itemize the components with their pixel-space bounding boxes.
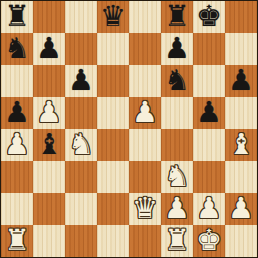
piece-white-rook[interactable]: ♜ bbox=[4, 226, 30, 255]
piece-white-pawn[interactable]: ♟ bbox=[164, 194, 190, 223]
piece-black-king[interactable]: ♚ bbox=[196, 2, 222, 31]
square-b1[interactable] bbox=[33, 225, 65, 257]
piece-white-bishop[interactable]: ♝ bbox=[228, 130, 254, 159]
square-h2[interactable]: ♟ bbox=[225, 193, 257, 225]
piece-black-pawn[interactable]: ♟ bbox=[36, 34, 62, 63]
square-d5[interactable] bbox=[97, 97, 129, 129]
square-f5[interactable] bbox=[161, 97, 193, 129]
piece-black-pawn[interactable]: ♟ bbox=[4, 98, 30, 127]
piece-black-pawn[interactable]: ♟ bbox=[228, 66, 254, 95]
square-a8[interactable]: ♜ bbox=[1, 1, 33, 33]
square-f7[interactable]: ♟ bbox=[161, 33, 193, 65]
piece-black-knight[interactable]: ♞ bbox=[4, 34, 30, 63]
square-h3[interactable] bbox=[225, 161, 257, 193]
square-c7[interactable] bbox=[65, 33, 97, 65]
square-g7[interactable] bbox=[193, 33, 225, 65]
square-h5[interactable] bbox=[225, 97, 257, 129]
square-h7[interactable] bbox=[225, 33, 257, 65]
square-h1[interactable] bbox=[225, 225, 257, 257]
square-d6[interactable] bbox=[97, 65, 129, 97]
piece-black-bishop[interactable]: ♝ bbox=[36, 130, 62, 159]
square-a7[interactable]: ♞ bbox=[1, 33, 33, 65]
square-e8[interactable] bbox=[129, 1, 161, 33]
square-d7[interactable] bbox=[97, 33, 129, 65]
piece-white-rook[interactable]: ♜ bbox=[164, 226, 190, 255]
square-e6[interactable] bbox=[129, 65, 161, 97]
square-a2[interactable] bbox=[1, 193, 33, 225]
piece-white-queen[interactable]: ♛ bbox=[132, 194, 158, 223]
square-f8[interactable]: ♜ bbox=[161, 1, 193, 33]
square-c1[interactable] bbox=[65, 225, 97, 257]
square-d3[interactable] bbox=[97, 161, 129, 193]
piece-black-pawn[interactable]: ♟ bbox=[68, 66, 94, 95]
square-g2[interactable]: ♟ bbox=[193, 193, 225, 225]
square-b5[interactable]: ♟ bbox=[33, 97, 65, 129]
square-d8[interactable]: ♛ bbox=[97, 1, 129, 33]
piece-black-queen[interactable]: ♛ bbox=[100, 2, 126, 31]
piece-black-knight[interactable]: ♞ bbox=[164, 66, 190, 95]
square-g3[interactable] bbox=[193, 161, 225, 193]
square-g5[interactable]: ♟ bbox=[193, 97, 225, 129]
square-g8[interactable]: ♚ bbox=[193, 1, 225, 33]
square-b6[interactable] bbox=[33, 65, 65, 97]
square-a6[interactable] bbox=[1, 65, 33, 97]
square-b3[interactable] bbox=[33, 161, 65, 193]
square-b2[interactable] bbox=[33, 193, 65, 225]
square-h8[interactable] bbox=[225, 1, 257, 33]
piece-white-knight[interactable]: ♞ bbox=[164, 162, 190, 191]
square-f2[interactable]: ♟ bbox=[161, 193, 193, 225]
square-c6[interactable]: ♟ bbox=[65, 65, 97, 97]
square-e7[interactable] bbox=[129, 33, 161, 65]
square-b7[interactable]: ♟ bbox=[33, 33, 65, 65]
square-c3[interactable] bbox=[65, 161, 97, 193]
square-b4[interactable]: ♝ bbox=[33, 129, 65, 161]
chess-board: ♜♛♜♚♞♟♟♟♞♟♟♟♟♟♟♝♞♝♞♛♟♟♟♜♜♚ bbox=[0, 0, 258, 258]
piece-white-pawn[interactable]: ♟ bbox=[196, 194, 222, 223]
square-c5[interactable] bbox=[65, 97, 97, 129]
square-e2[interactable]: ♛ bbox=[129, 193, 161, 225]
square-g4[interactable] bbox=[193, 129, 225, 161]
square-d1[interactable] bbox=[97, 225, 129, 257]
square-e4[interactable] bbox=[129, 129, 161, 161]
square-b8[interactable] bbox=[33, 1, 65, 33]
square-h4[interactable]: ♝ bbox=[225, 129, 257, 161]
square-g6[interactable] bbox=[193, 65, 225, 97]
square-e5[interactable]: ♟ bbox=[129, 97, 161, 129]
piece-white-pawn[interactable]: ♟ bbox=[132, 98, 158, 127]
piece-black-rook[interactable]: ♜ bbox=[4, 2, 30, 31]
square-g1[interactable]: ♚ bbox=[193, 225, 225, 257]
square-h6[interactable]: ♟ bbox=[225, 65, 257, 97]
square-d2[interactable] bbox=[97, 193, 129, 225]
piece-white-king[interactable]: ♚ bbox=[196, 226, 222, 255]
square-c8[interactable] bbox=[65, 1, 97, 33]
piece-black-pawn[interactable]: ♟ bbox=[164, 34, 190, 63]
piece-white-pawn[interactable]: ♟ bbox=[228, 194, 254, 223]
square-a4[interactable]: ♟ bbox=[1, 129, 33, 161]
square-d4[interactable] bbox=[97, 129, 129, 161]
piece-black-rook[interactable]: ♜ bbox=[164, 2, 190, 31]
square-f1[interactable]: ♜ bbox=[161, 225, 193, 257]
square-a3[interactable] bbox=[1, 161, 33, 193]
piece-white-knight[interactable]: ♞ bbox=[68, 130, 94, 159]
square-f3[interactable]: ♞ bbox=[161, 161, 193, 193]
square-f6[interactable]: ♞ bbox=[161, 65, 193, 97]
piece-white-pawn[interactable]: ♟ bbox=[4, 130, 30, 159]
square-e3[interactable] bbox=[129, 161, 161, 193]
square-a1[interactable]: ♜ bbox=[1, 225, 33, 257]
square-a5[interactable]: ♟ bbox=[1, 97, 33, 129]
piece-black-pawn[interactable]: ♟ bbox=[196, 98, 222, 127]
square-c2[interactable] bbox=[65, 193, 97, 225]
square-c4[interactable]: ♞ bbox=[65, 129, 97, 161]
piece-white-pawn[interactable]: ♟ bbox=[36, 98, 62, 127]
square-e1[interactable] bbox=[129, 225, 161, 257]
square-f4[interactable] bbox=[161, 129, 193, 161]
